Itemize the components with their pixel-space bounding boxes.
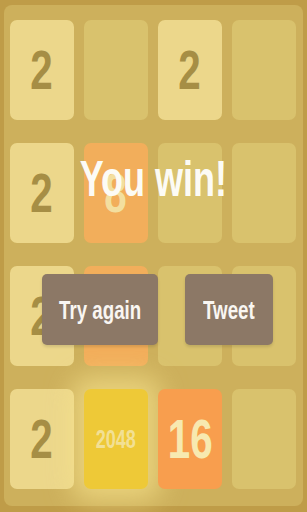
tweet-button[interactable]: Tweet [185, 274, 273, 345]
tile-2-r4c1: 2 [10, 389, 74, 489]
try-again-button[interactable]: Try again [42, 274, 158, 345]
tweet-button-label: Tweet [203, 297, 255, 323]
tile-value: 2 [179, 42, 201, 98]
tile-value: 2 [31, 411, 53, 467]
tile-value: 2048 [96, 427, 136, 452]
tile-value: 2 [31, 42, 53, 98]
try-again-button-label: Try again [59, 297, 141, 323]
tile-grid: 2228282204816 [10, 20, 296, 489]
empty-cell-r1c2 [84, 20, 148, 120]
tile-2-r1c1: 2 [10, 20, 74, 120]
empty-cell-r1c4 [232, 20, 296, 120]
tile-16-r4c3: 16 [158, 389, 222, 489]
win-message-text: You win! [80, 152, 227, 207]
game-screen: 2228282204816 You win! Try again Tweet [0, 0, 307, 512]
tile-2048-r4c2: 2048 [84, 389, 148, 489]
game-board[interactable]: 2228282204816 [4, 5, 303, 506]
tile-value: 16 [168, 411, 213, 467]
tile-2-r1c3: 2 [158, 20, 222, 120]
win-message: You win! [0, 152, 307, 207]
empty-cell-r4c4 [232, 389, 296, 489]
